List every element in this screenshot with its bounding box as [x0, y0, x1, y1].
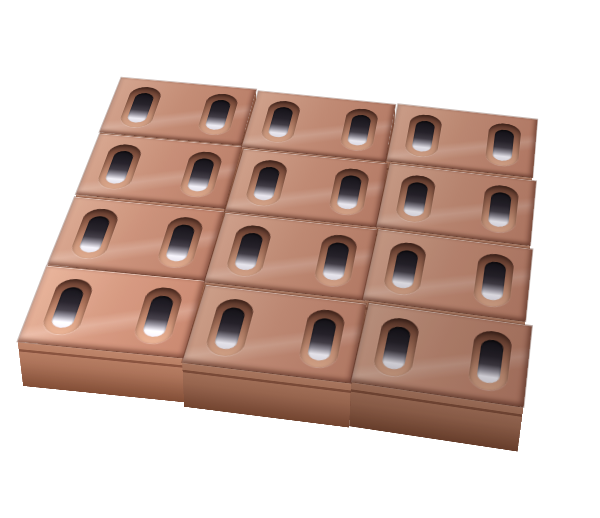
- slotted-hole: [467, 329, 513, 393]
- slotted-hole: [480, 184, 520, 235]
- hole-slot: [336, 175, 363, 211]
- slotted-hole: [328, 167, 371, 216]
- hole-slot: [381, 325, 412, 370]
- slotted-hole: [244, 159, 289, 207]
- hole-slot: [267, 106, 294, 138]
- slotted-hole: [118, 86, 164, 129]
- product-photo: [0, 0, 600, 518]
- hole-slot: [476, 339, 504, 385]
- slotted-hole: [382, 241, 428, 297]
- hole-slot: [164, 224, 196, 263]
- slotted-hole: [485, 122, 522, 167]
- hole-slot: [186, 158, 215, 193]
- slotted-hole: [178, 150, 224, 198]
- hole-slot: [492, 129, 515, 162]
- slotted-hole: [297, 308, 347, 369]
- hole-slot: [213, 306, 246, 350]
- slotted-hole: [313, 233, 359, 288]
- hole-slot: [78, 215, 112, 253]
- slotted-hole: [224, 224, 273, 278]
- hole-slot: [252, 166, 281, 201]
- slotted-hole: [95, 143, 144, 190]
- slotted-hole: [155, 216, 205, 269]
- hole-slot: [321, 242, 350, 282]
- hole-slot: [233, 232, 264, 271]
- hole-slot: [204, 99, 231, 130]
- clamp-block: [349, 347, 526, 452]
- hole-slot: [411, 120, 435, 153]
- hole-slot: [481, 261, 507, 302]
- hole-slot: [488, 191, 512, 228]
- slotted-hole: [394, 174, 436, 224]
- slotted-hole: [196, 93, 240, 136]
- slotted-hole: [404, 113, 444, 158]
- perspective-scene: [0, 0, 600, 518]
- hole-slot: [104, 150, 135, 184]
- clamp-block: [23, 309, 206, 402]
- hole-slot: [49, 286, 85, 329]
- hole-slot: [347, 114, 372, 146]
- block-grid: [18, 118, 536, 445]
- hole-slot: [126, 92, 155, 123]
- slotted-hole: [472, 252, 515, 309]
- hole-slot: [402, 181, 428, 217]
- clamp-block: [184, 329, 364, 428]
- photo-rotation-wrapper: [0, 0, 600, 518]
- slotted-hole: [339, 107, 379, 151]
- slotted-hole: [372, 316, 421, 379]
- hole-slot: [141, 295, 175, 338]
- slotted-hole: [203, 297, 256, 358]
- hole-slot: [306, 317, 337, 362]
- hole-slot: [391, 249, 419, 289]
- slotted-hole: [68, 207, 121, 259]
- slotted-hole: [132, 286, 185, 345]
- slotted-hole: [259, 100, 302, 144]
- slotted-hole: [39, 278, 95, 336]
